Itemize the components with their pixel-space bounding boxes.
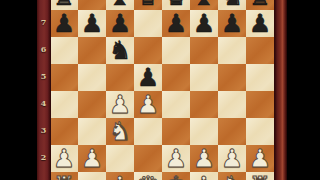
rank-label-2: 2 bbox=[37, 153, 50, 161]
piece-black-knight: ♞ bbox=[106, 37, 134, 64]
square-c7: ♟ bbox=[106, 10, 134, 37]
square-c2 bbox=[106, 145, 134, 172]
piece-black-pawn: ♟ bbox=[106, 10, 134, 37]
letterbox-right bbox=[286, 0, 320, 180]
rank-label-6: 6 bbox=[37, 45, 50, 53]
square-f4 bbox=[190, 91, 218, 118]
rank-label-7: 7 bbox=[37, 18, 50, 26]
piece-black-pawn: ♟ bbox=[134, 64, 162, 91]
square-b4 bbox=[78, 91, 106, 118]
square-d7 bbox=[134, 10, 162, 37]
square-h2: ♟ bbox=[246, 145, 274, 172]
piece-white-pawn: ♟ bbox=[246, 145, 274, 172]
rank-label-5: 5 bbox=[37, 72, 50, 80]
piece-white-rook: ♜ bbox=[246, 172, 274, 180]
square-a5 bbox=[50, 64, 78, 91]
rank-label-4: 4 bbox=[37, 99, 50, 107]
piece-black-pawn: ♟ bbox=[246, 10, 274, 37]
piece-black-queen: ♛ bbox=[134, 0, 162, 10]
piece-white-pawn: ♟ bbox=[162, 145, 190, 172]
piece-white-knight: ♞ bbox=[106, 118, 134, 145]
square-f7: ♟ bbox=[190, 10, 218, 37]
square-d1: ♛ bbox=[134, 172, 162, 180]
piece-white-pawn: ♟ bbox=[78, 145, 106, 172]
square-h3 bbox=[246, 118, 274, 145]
piece-white-queen: ♛ bbox=[134, 172, 162, 180]
square-e7: ♟ bbox=[162, 10, 190, 37]
square-h4 bbox=[246, 91, 274, 118]
square-d8: ♛ bbox=[134, 0, 162, 10]
rank-label-3: 3 bbox=[37, 126, 50, 134]
square-g4 bbox=[218, 91, 246, 118]
board-frame-left: 7 6 5 4 3 2 bbox=[37, 0, 51, 180]
square-a3 bbox=[50, 118, 78, 145]
piece-white-king: ♚ bbox=[162, 172, 190, 180]
board-frame-right bbox=[274, 0, 287, 180]
square-b7: ♟ bbox=[78, 10, 106, 37]
square-f1: ♝ bbox=[190, 172, 218, 180]
square-b5 bbox=[78, 64, 106, 91]
square-b3 bbox=[78, 118, 106, 145]
square-h1: ♜ bbox=[246, 172, 274, 180]
square-g1: ♞ bbox=[218, 172, 246, 180]
square-c6: ♞ bbox=[106, 37, 134, 64]
square-e1: ♚ bbox=[162, 172, 190, 180]
square-c4: ♟ bbox=[106, 91, 134, 118]
square-c1: ♝ bbox=[106, 172, 134, 180]
square-e2: ♟ bbox=[162, 145, 190, 172]
piece-white-pawn: ♟ bbox=[106, 91, 134, 118]
square-f2: ♟ bbox=[190, 145, 218, 172]
square-a4 bbox=[50, 91, 78, 118]
square-h7: ♟ bbox=[246, 10, 274, 37]
square-e5 bbox=[162, 64, 190, 91]
square-g6 bbox=[218, 37, 246, 64]
square-f5 bbox=[190, 64, 218, 91]
square-h6 bbox=[246, 37, 274, 64]
square-g5 bbox=[218, 64, 246, 91]
piece-white-pawn: ♟ bbox=[218, 145, 246, 172]
square-e3 bbox=[162, 118, 190, 145]
piece-white-pawn: ♟ bbox=[190, 145, 218, 172]
square-h5 bbox=[246, 64, 274, 91]
square-c5 bbox=[106, 64, 134, 91]
piece-white-bishop: ♝ bbox=[106, 172, 134, 180]
piece-black-pawn: ♟ bbox=[218, 10, 246, 37]
square-d6 bbox=[134, 37, 162, 64]
piece-black-pawn: ♟ bbox=[162, 10, 190, 37]
square-d5: ♟ bbox=[134, 64, 162, 91]
video-frame: ♜♝♛♚♝♞♜♟♟♟♟♟♟♟♞♟♟♟♞♟♟♟♟♟♟♜♝♛♚♝♞♜ 7 6 5 4… bbox=[0, 0, 320, 180]
square-a1: ♜ bbox=[50, 172, 78, 180]
square-e4 bbox=[162, 91, 190, 118]
letterbox-left bbox=[0, 0, 37, 180]
square-c3: ♞ bbox=[106, 118, 134, 145]
square-e6 bbox=[162, 37, 190, 64]
square-g3 bbox=[218, 118, 246, 145]
chess-board: ♜♝♛♚♝♞♜♟♟♟♟♟♟♟♞♟♟♟♞♟♟♟♟♟♟♜♝♛♚♝♞♜ bbox=[50, 0, 274, 180]
square-d2 bbox=[134, 145, 162, 172]
square-b2: ♟ bbox=[78, 145, 106, 172]
square-g2: ♟ bbox=[218, 145, 246, 172]
piece-white-bishop: ♝ bbox=[190, 172, 218, 180]
piece-white-rook: ♜ bbox=[50, 172, 78, 180]
square-a2: ♟ bbox=[50, 145, 78, 172]
piece-black-pawn: ♟ bbox=[78, 10, 106, 37]
square-d3 bbox=[134, 118, 162, 145]
square-a7: ♟ bbox=[50, 10, 78, 37]
piece-white-pawn: ♟ bbox=[50, 145, 78, 172]
square-g7: ♟ bbox=[218, 10, 246, 37]
square-d4: ♟ bbox=[134, 91, 162, 118]
square-f6 bbox=[190, 37, 218, 64]
piece-white-knight: ♞ bbox=[218, 172, 246, 180]
piece-white-pawn: ♟ bbox=[134, 91, 162, 118]
piece-black-pawn: ♟ bbox=[190, 10, 218, 37]
piece-black-pawn: ♟ bbox=[50, 10, 78, 37]
square-f3 bbox=[190, 118, 218, 145]
square-a6 bbox=[50, 37, 78, 64]
square-b6 bbox=[78, 37, 106, 64]
square-b1 bbox=[78, 172, 106, 180]
